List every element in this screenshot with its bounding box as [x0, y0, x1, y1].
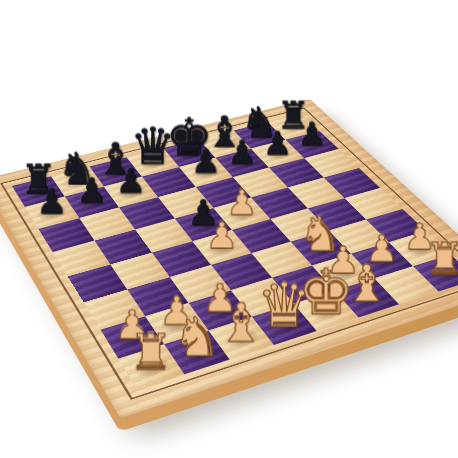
chess-board: ♜♞♝♛♚♝♞♜♟♟♟♟♟♟♟♟♟♟♞♟♟♟♟♟♟♜♞♝♛♚♝♜: [33, 31, 431, 429]
chess-set-photo: ♜♞♝♛♚♝♞♜♟♟♟♟♟♟♟♟♟♟♞♟♟♟♟♟♟♜♞♝♛♚♝♜: [0, 0, 458, 458]
board-surface: ♜♞♝♛♚♝♞♜♟♟♟♟♟♟♟♟♟♟♞♟♟♟♟♟♟♜♞♝♛♚♝♜: [0, 99, 458, 418]
